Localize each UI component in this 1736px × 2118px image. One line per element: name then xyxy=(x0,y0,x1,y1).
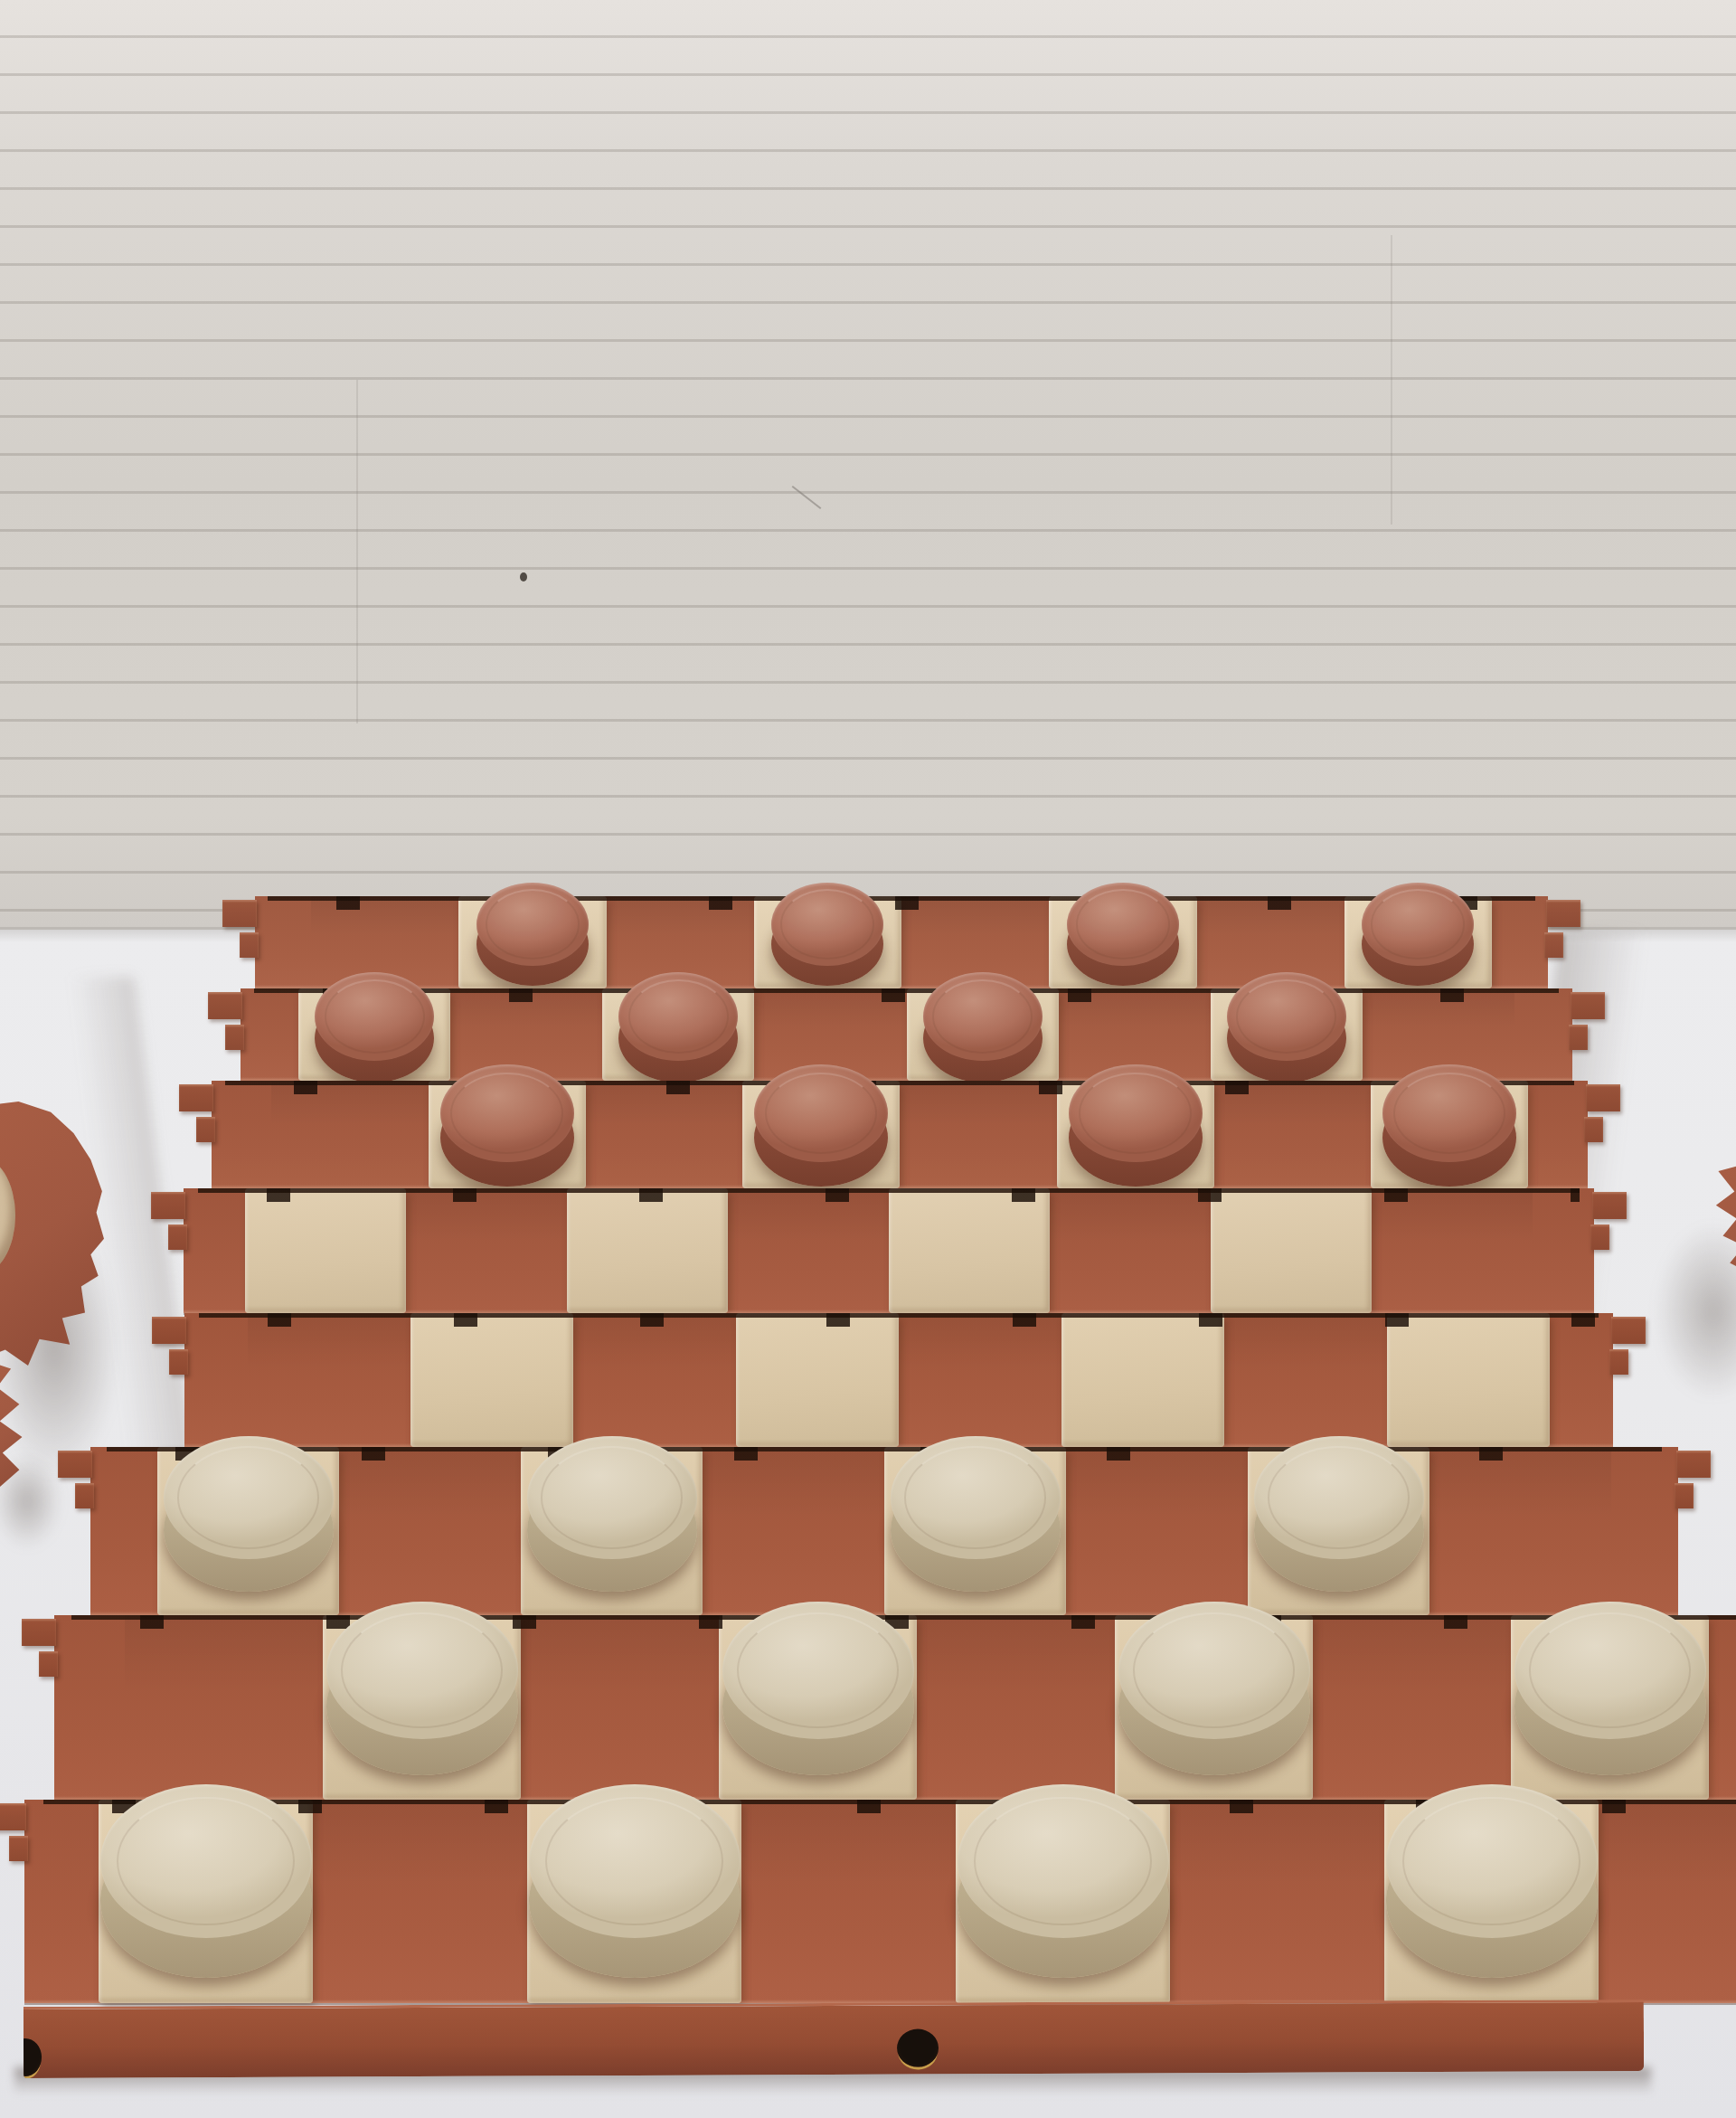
interlock-tab xyxy=(58,1451,92,1478)
interlock-tab xyxy=(1676,1451,1711,1478)
square[interactable] xyxy=(573,1313,736,1447)
checker-cream[interactable] xyxy=(958,1784,1169,1978)
printed-disc-core xyxy=(0,1156,15,1275)
checker-top xyxy=(722,1602,914,1739)
checker-cream[interactable] xyxy=(527,1436,697,1592)
checker-top xyxy=(958,1784,1169,1938)
square[interactable] xyxy=(1372,1188,1533,1313)
checker-top xyxy=(315,972,434,1061)
square[interactable] xyxy=(1344,896,1492,988)
magnet-hole xyxy=(24,2038,42,2076)
square[interactable] xyxy=(884,1447,1066,1615)
square[interactable] xyxy=(917,1615,1115,1800)
square[interactable] xyxy=(1384,1800,1599,2003)
interlock-tab xyxy=(0,1803,26,1830)
checker-top xyxy=(1067,883,1179,966)
square[interactable] xyxy=(736,1313,899,1447)
square[interactable] xyxy=(899,1313,1061,1447)
checker-top xyxy=(1382,1064,1516,1162)
interlock-tab xyxy=(1546,900,1580,927)
checker-terracotta[interactable] xyxy=(1382,1064,1516,1187)
checker-top xyxy=(618,972,738,1061)
square[interactable] xyxy=(1049,896,1196,988)
square[interactable] xyxy=(1115,1615,1313,1800)
checker-top xyxy=(529,1784,741,1938)
board-row-strip xyxy=(212,1081,1588,1188)
square[interactable] xyxy=(313,1800,527,2003)
square[interactable] xyxy=(703,1447,884,1615)
checker-terracotta[interactable] xyxy=(754,1064,888,1187)
square[interactable] xyxy=(323,1615,521,1800)
checker-terracotta[interactable] xyxy=(771,883,883,986)
interlock-tab xyxy=(1675,1483,1694,1508)
checker-top xyxy=(1362,883,1474,966)
checker-top xyxy=(1386,1784,1598,1938)
square[interactable] xyxy=(1511,1615,1709,1800)
interlock-tab xyxy=(1571,992,1605,1019)
square[interactable] xyxy=(1214,1081,1372,1188)
square[interactable] xyxy=(1057,1081,1214,1188)
photo-stage xyxy=(0,0,1736,2118)
checker-terracotta[interactable] xyxy=(923,972,1043,1083)
square[interactable] xyxy=(1248,1447,1429,1615)
checker-cream[interactable] xyxy=(891,1436,1061,1592)
interlock-tab xyxy=(1590,1224,1609,1250)
checker-top xyxy=(1227,972,1346,1061)
checker-terracotta[interactable] xyxy=(618,972,738,1083)
square[interactable] xyxy=(1170,1800,1384,2003)
square[interactable] xyxy=(889,1188,1050,1313)
square[interactable] xyxy=(1371,1081,1528,1188)
square[interactable] xyxy=(1211,988,1363,1081)
square[interactable] xyxy=(1066,1447,1248,1615)
dust-speck xyxy=(520,572,527,582)
checker-terracotta[interactable] xyxy=(315,972,434,1083)
checker-cream[interactable] xyxy=(1254,1436,1424,1592)
square[interactable] xyxy=(410,1313,573,1447)
checker-terracotta[interactable] xyxy=(1069,1064,1203,1187)
square[interactable] xyxy=(742,1081,900,1188)
board-front-face xyxy=(24,2000,1644,2078)
interlock-tab xyxy=(1609,1349,1628,1375)
interlock-tab xyxy=(225,1025,244,1050)
interlock-tab xyxy=(75,1483,94,1508)
interlock-tab xyxy=(1584,1117,1603,1142)
interlock-tab xyxy=(151,1192,185,1219)
checker-top xyxy=(771,883,883,966)
board-row-strip xyxy=(54,1615,1736,1800)
checker-top xyxy=(527,1436,697,1559)
interlock-tab xyxy=(1586,1084,1620,1111)
checker-terracotta[interactable] xyxy=(1227,972,1346,1083)
square[interactable] xyxy=(527,1800,741,2003)
cardboard-crease xyxy=(356,380,358,723)
square[interactable] xyxy=(1061,1313,1224,1447)
interlock-tab xyxy=(22,1619,56,1646)
interlock-tab xyxy=(222,900,257,927)
checker-terracotta[interactable] xyxy=(440,1064,574,1187)
square[interactable] xyxy=(728,1188,889,1313)
square[interactable] xyxy=(1429,1447,1611,1615)
interlock-tab xyxy=(39,1651,58,1677)
square[interactable] xyxy=(1050,1188,1211,1313)
checker-top xyxy=(476,883,589,966)
square[interactable] xyxy=(99,1800,313,2003)
checker-cream[interactable] xyxy=(100,1784,312,1978)
checker-cream[interactable] xyxy=(326,1602,518,1775)
interlock-tab xyxy=(179,1084,213,1111)
square[interactable] xyxy=(567,1188,728,1313)
square[interactable] xyxy=(900,1081,1057,1188)
interlock-tab xyxy=(208,992,242,1019)
square[interactable] xyxy=(521,1447,703,1615)
checker-cream[interactable] xyxy=(164,1436,334,1592)
board-row-strip xyxy=(255,896,1548,988)
square[interactable] xyxy=(248,1313,410,1447)
checker-top xyxy=(923,972,1043,1061)
checker-cream[interactable] xyxy=(529,1784,741,1978)
square[interactable] xyxy=(719,1615,917,1800)
checker-top xyxy=(1254,1436,1424,1559)
board-row-strip xyxy=(184,1188,1594,1313)
checker-top xyxy=(891,1436,1061,1559)
checker-terracotta[interactable] xyxy=(1362,883,1474,986)
square[interactable] xyxy=(406,1188,567,1313)
checker-top xyxy=(1118,1602,1310,1739)
checker-top xyxy=(440,1064,574,1162)
checker-top xyxy=(1069,1064,1203,1162)
square[interactable] xyxy=(125,1615,323,1800)
square[interactable] xyxy=(429,1081,586,1188)
checker-top xyxy=(1514,1602,1706,1739)
board-row-strip xyxy=(24,1800,1736,2003)
interlock-tab xyxy=(1592,1192,1627,1219)
interlock-tab xyxy=(196,1117,215,1142)
square[interactable] xyxy=(458,896,606,988)
checker-terracotta[interactable] xyxy=(1067,883,1179,986)
interlock-tab xyxy=(1611,1317,1646,1344)
checker-top xyxy=(754,1064,888,1162)
square[interactable] xyxy=(741,1800,956,2003)
square[interactable] xyxy=(754,896,901,988)
square[interactable] xyxy=(1211,1188,1372,1313)
square[interactable] xyxy=(1599,1800,1736,2003)
cardboard-background xyxy=(0,0,1736,930)
checker-cream[interactable] xyxy=(1386,1784,1598,1978)
checker-top xyxy=(326,1602,518,1739)
square[interactable] xyxy=(521,1615,719,1800)
interlock-tab xyxy=(168,1224,187,1250)
square[interactable] xyxy=(271,1081,429,1188)
square[interactable] xyxy=(602,988,754,1081)
square[interactable] xyxy=(1224,1313,1387,1447)
checker-top xyxy=(100,1784,312,1938)
square[interactable] xyxy=(298,988,450,1081)
square[interactable] xyxy=(907,988,1059,1081)
checker-cream[interactable] xyxy=(722,1602,914,1775)
board-row-strip xyxy=(90,1447,1678,1615)
magnet-hole xyxy=(897,2028,939,2066)
square[interactable] xyxy=(157,1447,339,1615)
interlock-tab xyxy=(240,932,259,958)
square[interactable] xyxy=(1313,1615,1511,1800)
cardboard-crease xyxy=(1391,235,1392,525)
checker-cream[interactable] xyxy=(1514,1602,1706,1775)
interlock-tab xyxy=(169,1349,188,1375)
square[interactable] xyxy=(1387,1313,1550,1447)
interlock-tab xyxy=(9,1836,28,1861)
checker-cream[interactable] xyxy=(1118,1602,1310,1775)
square[interactable] xyxy=(245,1188,406,1313)
interlock-tab xyxy=(1544,932,1563,958)
board-row-strip xyxy=(184,1313,1613,1447)
square[interactable] xyxy=(339,1447,521,1615)
square[interactable] xyxy=(956,1800,1170,2003)
square[interactable] xyxy=(586,1081,743,1188)
interlock-tab xyxy=(1569,1025,1588,1050)
checker-terracotta[interactable] xyxy=(476,883,589,986)
interlock-tab xyxy=(152,1317,186,1344)
checker-top xyxy=(164,1436,334,1559)
